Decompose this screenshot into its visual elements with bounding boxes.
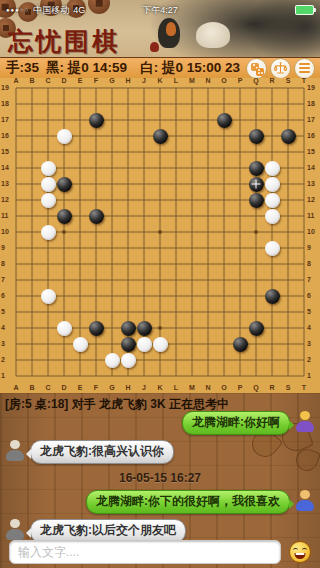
col-label-top: J [138,77,150,84]
stone-black-H4 [121,321,136,336]
col-label-top: L [170,77,182,84]
row-label-right: 19 [307,84,319,91]
move-counter: 手:35 [6,59,39,77]
row-label-right: 3 [307,340,319,347]
stone-black-F4 [89,321,104,336]
avatar [295,490,315,511]
signal-icon: ●●●○○ [6,7,29,13]
chat-message: 龙腾湖畔:你好啊 [0,411,320,435]
status-bar: ●●●○○ 中国移动 4G 下午4:27 [0,0,320,20]
col-label-bottom: R [266,384,278,391]
stone-black-Q14 [249,161,264,176]
table-status: [房:5 桌:18] 对手 龙虎飞豹 3K 正在思考中 [5,396,320,410]
col-label-bottom: O [218,384,230,391]
row-label-left: 15 [1,148,13,155]
stone-black-Q16 [249,129,264,144]
stone-black-J4 [137,321,152,336]
col-label-top: T [298,77,310,84]
stone-white-D16 [57,129,72,144]
row-label-left: 11 [1,212,13,219]
stone-white-C12 [41,193,56,208]
battery-icon [295,5,314,15]
col-label-bottom: T [298,384,310,391]
chat-input-row [0,540,320,564]
col-label-top: R [266,77,278,84]
stone-black-R6 [265,289,280,304]
last-move-marker [252,180,261,189]
banner: ●●●○○ 中国移动 4G 下午4:27 忘忧围棋 [0,0,320,57]
row-label-right: 4 [307,324,319,331]
row-label-right: 14 [307,164,319,171]
stone-white-J3 [137,337,152,352]
col-label-top: E [74,77,86,84]
row-label-right: 11 [307,212,319,219]
col-label-bottom: Q [250,384,262,391]
row-label-left: 17 [1,116,13,123]
row-label-left: 10 [1,228,13,235]
row-label-left: 12 [1,196,13,203]
chat-bubble: 龙腾湖畔:你好啊 [182,411,290,435]
col-label-bottom: E [74,384,86,391]
chat-bubble: 龙虎飞豹:很高兴认识你 [30,440,174,464]
row-label-left: 4 [1,324,13,331]
stone-black-K16 [153,129,168,144]
stone-black-H3 [121,337,136,352]
row-label-left: 6 [1,292,13,299]
col-label-top: O [218,77,230,84]
row-label-right: 10 [307,228,319,235]
row-label-left: 14 [1,164,13,171]
white-player-info: 白: 提0 15:00 23 [140,59,240,77]
emoji-button[interactable] [289,541,311,563]
col-label-top: D [58,77,70,84]
col-label-bottom: G [106,384,118,391]
chat-message: 龙腾湖畔:你下的很好啊，我很喜欢 [0,490,320,514]
avatar [5,440,25,461]
row-label-left: 1 [1,372,13,379]
col-label-bottom: P [234,384,246,391]
chat-timestamp: 16-05-15 16:27 [0,471,320,485]
black-player-info: 黑: 提0 14:59 [46,59,127,77]
stone-white-C14 [41,161,56,176]
go-board[interactable]: AA1919BB1818CC1717DD1616EE1515FF1414GG13… [0,78,320,393]
col-label-top: H [122,77,134,84]
col-label-top: A [10,77,22,84]
carrier-label: 中国移动 [33,4,69,17]
stone-black-S16 [281,129,296,144]
row-label-left: 3 [1,340,13,347]
menu-icon [299,63,310,73]
col-label-bottom: S [282,384,294,391]
chat-bubble: 龙腾湖畔:你下的很好啊，我很喜欢 [86,490,290,514]
col-label-bottom: M [186,384,198,391]
stone-white-D4 [57,321,72,336]
row-label-right: 6 [307,292,319,299]
row-label-left: 8 [1,260,13,267]
avatar [5,519,25,540]
stone-white-C10 [41,225,56,240]
stone-white-R14 [265,161,280,176]
row-label-right: 18 [307,100,319,107]
col-label-bottom: J [138,384,150,391]
painted-figure [150,42,159,52]
stone-black-O17 [217,113,232,128]
row-label-left: 7 [1,276,13,283]
col-label-top: S [282,77,294,84]
scoring-button[interactable] [270,58,291,79]
stone-white-R13 [265,177,280,192]
col-label-top: P [234,77,246,84]
boards-button[interactable] [246,58,267,79]
stone-black-Q12 [249,193,264,208]
painted-figure [166,22,176,36]
stone-black-F11 [89,209,104,224]
app-title: 忘忧围棋 [8,25,120,57]
row-label-right: 17 [307,116,319,123]
col-label-top: F [90,77,102,84]
row-label-left: 18 [1,100,13,107]
stone-white-R9 [265,241,280,256]
stone-black-Q13 [249,177,264,192]
col-label-bottom: C [42,384,54,391]
stone-black-Q4 [249,321,264,336]
col-label-bottom: K [154,384,166,391]
stone-white-C6 [41,289,56,304]
col-label-bottom: D [58,384,70,391]
row-label-right: 5 [307,308,319,315]
network-label: 4G [73,5,85,15]
row-label-right: 2 [307,356,319,363]
row-label-right: 15 [307,148,319,155]
row-label-left: 2 [1,356,13,363]
painted-figure [196,22,230,48]
col-label-bottom: A [10,384,22,391]
col-label-bottom: B [26,384,38,391]
col-label-bottom: N [202,384,214,391]
row-label-left: 19 [1,84,13,91]
col-label-top: M [186,77,198,84]
scale-icon [273,61,288,76]
col-label-top: N [202,77,214,84]
stone-white-E3 [73,337,88,352]
row-label-right: 1 [307,372,319,379]
col-label-bottom: F [90,384,102,391]
chat-list: 龙腾湖畔:你好啊龙虎飞豹:很高兴认识你16-05-15 16:27龙腾湖畔:你下… [0,411,320,543]
stone-white-C13 [41,177,56,192]
stone-white-K3 [153,337,168,352]
col-label-top: K [154,77,166,84]
stone-black-D11 [57,209,72,224]
stone-white-R12 [265,193,280,208]
stone-white-R11 [265,209,280,224]
row-label-left: 13 [1,180,13,187]
stone-black-D13 [57,177,72,192]
stone-white-H2 [121,353,136,368]
row-label-left: 5 [1,308,13,315]
row-label-right: 16 [307,132,319,139]
row-label-right: 13 [307,180,319,187]
menu-button[interactable] [294,58,315,79]
row-label-left: 9 [1,244,13,251]
app-screen: ●●●○○ 中国移动 4G 下午4:27 忘忧围棋 手:35 黑: 提0 14:… [0,0,320,568]
stone-black-F17 [89,113,104,128]
chat-area: [房:5 桌:18] 对手 龙虎飞豹 3K 正在思考中 龙腾湖畔:你好啊龙虎飞豹… [0,393,320,568]
avatar [295,411,315,432]
row-label-right: 12 [307,196,319,203]
col-label-top: Q [250,77,262,84]
stone-white-G2 [105,353,120,368]
chat-input[interactable] [9,540,281,564]
row-label-left: 16 [1,132,13,139]
col-label-bottom: L [170,384,182,391]
game-info-bar: 手:35 黑: 提0 14:59 白: 提0 15:00 23 [0,57,320,78]
col-label-top: C [42,77,54,84]
row-label-right: 9 [307,244,319,251]
row-label-right: 7 [307,276,319,283]
col-label-bottom: H [122,384,134,391]
row-label-right: 8 [307,260,319,267]
stone-black-P3 [233,337,248,352]
col-label-top: B [26,77,38,84]
col-label-top: G [106,77,118,84]
